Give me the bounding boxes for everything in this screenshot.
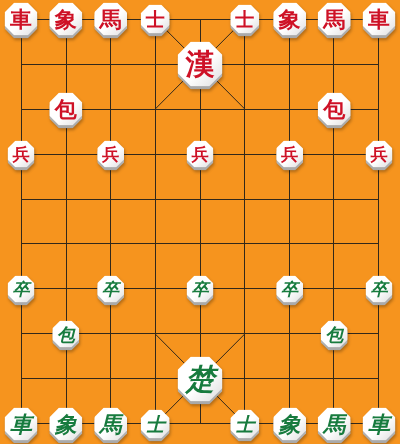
cho-elephant-glyph: 象 (49, 408, 82, 441)
han-elephant-glyph: 象 (273, 3, 306, 36)
piece-han-horse[interactable]: 馬 (318, 3, 351, 36)
piece-cho-soldier[interactable]: 卒 (366, 276, 393, 303)
piece-han-chariot[interactable]: 車 (363, 3, 396, 36)
janggi-board: 車象馬士士象馬車漢包包兵兵兵兵兵卒卒卒卒卒包包楚車象馬士士象馬車 (0, 0, 400, 444)
piece-cho-horse[interactable]: 馬 (318, 408, 351, 441)
piece-han-elephant[interactable]: 象 (49, 3, 82, 36)
piece-han-cannon[interactable]: 包 (49, 93, 82, 126)
piece-cho-guard[interactable]: 士 (230, 410, 259, 439)
piece-han-general[interactable]: 漢 (178, 42, 223, 87)
han-soldier-glyph: 兵 (8, 141, 35, 168)
piece-han-guard[interactable]: 士 (230, 5, 259, 34)
piece-cho-soldier[interactable]: 卒 (276, 276, 303, 303)
cho-chariot-glyph: 車 (363, 408, 396, 441)
cho-elephant-glyph: 象 (273, 408, 306, 441)
board-cell (290, 200, 335, 245)
piece-han-guard[interactable]: 士 (141, 5, 170, 34)
piece-han-soldier[interactable]: 兵 (366, 141, 393, 168)
piece-cho-horse[interactable]: 馬 (94, 408, 127, 441)
piece-cho-soldier[interactable]: 卒 (8, 276, 35, 303)
piece-han-cannon[interactable]: 包 (318, 93, 351, 126)
han-guard-glyph: 士 (230, 5, 259, 34)
han-horse-glyph: 馬 (318, 3, 351, 36)
piece-cho-cannon[interactable]: 包 (321, 321, 348, 348)
board-cell (156, 200, 201, 245)
piece-cho-soldier[interactable]: 卒 (187, 276, 214, 303)
board-cell (245, 65, 290, 110)
han-soldier-glyph: 兵 (187, 141, 214, 168)
piece-cho-chariot[interactable]: 車 (5, 408, 38, 441)
board-cell (245, 200, 290, 245)
han-soldier-glyph: 兵 (97, 141, 124, 168)
board-cell (111, 334, 156, 379)
piece-han-soldier[interactable]: 兵 (276, 141, 303, 168)
board-cell (245, 334, 290, 379)
piece-cho-elephant[interactable]: 象 (49, 408, 82, 441)
piece-han-chariot[interactable]: 車 (5, 3, 38, 36)
piece-han-soldier[interactable]: 兵 (8, 141, 35, 168)
han-cannon-glyph: 包 (318, 93, 351, 126)
han-chariot-glyph: 車 (5, 3, 38, 36)
board-cell (201, 200, 246, 245)
board-cell (334, 200, 379, 245)
piece-han-elephant[interactable]: 象 (273, 3, 306, 36)
board-cell (67, 200, 112, 245)
piece-cho-soldier[interactable]: 卒 (97, 276, 124, 303)
board-cell (111, 200, 156, 245)
cho-general-glyph: 楚 (178, 357, 223, 402)
cho-guard-glyph: 士 (230, 410, 259, 439)
board-cell (111, 65, 156, 110)
piece-cho-guard[interactable]: 士 (141, 410, 170, 439)
piece-cho-cannon[interactable]: 包 (52, 321, 79, 348)
piece-cho-general[interactable]: 楚 (178, 357, 223, 402)
cho-guard-glyph: 士 (141, 410, 170, 439)
piece-cho-elephant[interactable]: 象 (273, 408, 306, 441)
piece-cho-chariot[interactable]: 車 (363, 408, 396, 441)
cho-horse-glyph: 馬 (318, 408, 351, 441)
piece-han-soldier[interactable]: 兵 (97, 141, 124, 168)
han-chariot-glyph: 車 (363, 3, 396, 36)
cho-chariot-glyph: 車 (5, 408, 38, 441)
piece-han-soldier[interactable]: 兵 (187, 141, 214, 168)
han-guard-glyph: 士 (141, 5, 170, 34)
piece-han-horse[interactable]: 馬 (94, 3, 127, 36)
han-general-glyph: 漢 (178, 42, 223, 87)
board-cell (22, 200, 67, 245)
cho-horse-glyph: 馬 (94, 408, 127, 441)
